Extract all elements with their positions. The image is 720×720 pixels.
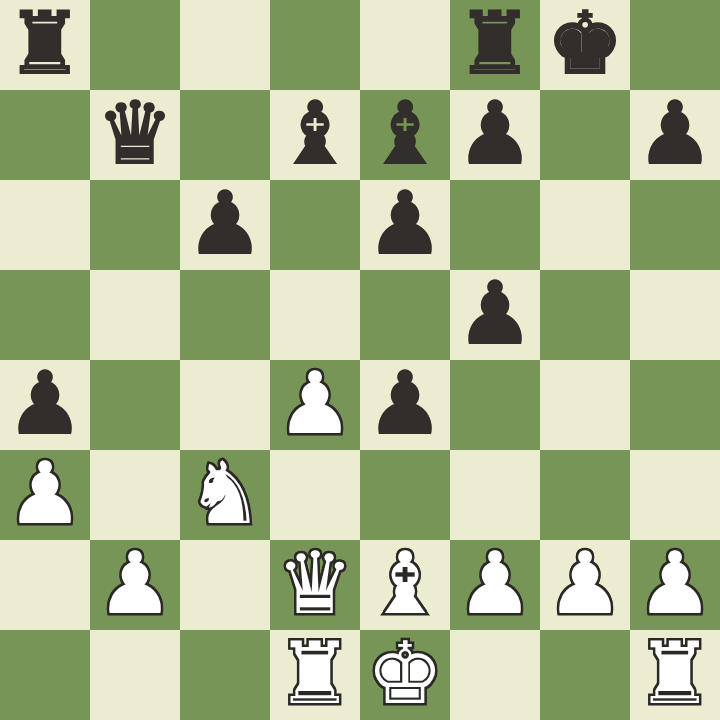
black-queen-icon[interactable]: ♛ <box>96 88 173 178</box>
black-pawn-icon[interactable]: ♟ <box>636 88 713 178</box>
white-bishop-icon[interactable]: ♝ <box>366 538 443 628</box>
square-f5[interactable]: ♟ <box>450 270 540 360</box>
square-g4[interactable] <box>540 360 630 450</box>
black-pawn-icon[interactable]: ♟ <box>456 268 533 358</box>
square-g5[interactable] <box>540 270 630 360</box>
square-a4[interactable]: ♟ <box>0 360 90 450</box>
white-pawn-icon[interactable]: ♟ <box>6 448 83 538</box>
square-e8[interactable] <box>360 0 450 90</box>
square-a2[interactable] <box>0 540 90 630</box>
white-rook-icon[interactable]: ♜ <box>276 628 353 718</box>
white-knight-icon[interactable]: ♞ <box>186 448 263 538</box>
square-h8[interactable] <box>630 0 720 90</box>
square-d2[interactable]: ♛ <box>270 540 360 630</box>
square-f2[interactable]: ♟ <box>450 540 540 630</box>
square-h4[interactable] <box>630 360 720 450</box>
square-d4[interactable]: ♟ <box>270 360 360 450</box>
square-c4[interactable] <box>180 360 270 450</box>
square-e3[interactable] <box>360 450 450 540</box>
black-king-icon[interactable]: ♚ <box>546 0 623 88</box>
square-c7[interactable] <box>180 90 270 180</box>
square-b8[interactable] <box>90 0 180 90</box>
square-a6[interactable] <box>0 180 90 270</box>
square-h1[interactable]: ♜ <box>630 630 720 720</box>
square-d3[interactable] <box>270 450 360 540</box>
square-b1[interactable] <box>90 630 180 720</box>
square-c2[interactable] <box>180 540 270 630</box>
square-a8[interactable]: ♜ <box>0 0 90 90</box>
square-c6[interactable]: ♟ <box>180 180 270 270</box>
square-e5[interactable] <box>360 270 450 360</box>
black-bishop-icon[interactable]: ♝ <box>366 88 443 178</box>
square-d1[interactable]: ♜ <box>270 630 360 720</box>
square-g2[interactable]: ♟ <box>540 540 630 630</box>
square-f1[interactable] <box>450 630 540 720</box>
square-b5[interactable] <box>90 270 180 360</box>
square-b4[interactable] <box>90 360 180 450</box>
white-pawn-icon[interactable]: ♟ <box>276 358 353 448</box>
square-g6[interactable] <box>540 180 630 270</box>
square-a1[interactable] <box>0 630 90 720</box>
square-f7[interactable]: ♟ <box>450 90 540 180</box>
square-c3[interactable]: ♞ <box>180 450 270 540</box>
square-g1[interactable] <box>540 630 630 720</box>
square-e4[interactable]: ♟ <box>360 360 450 450</box>
square-b7[interactable]: ♛ <box>90 90 180 180</box>
black-pawn-icon[interactable]: ♟ <box>366 178 443 268</box>
square-h2[interactable]: ♟ <box>630 540 720 630</box>
square-a5[interactable] <box>0 270 90 360</box>
chess-board: ♜♜♚♛♝♝♟♟♟♟♟♟♟♟♟♞♟♛♝♟♟♟♜♚♜ <box>0 0 720 720</box>
square-d6[interactable] <box>270 180 360 270</box>
white-rook-icon[interactable]: ♜ <box>636 628 713 718</box>
square-b2[interactable]: ♟ <box>90 540 180 630</box>
black-pawn-icon[interactable]: ♟ <box>186 178 263 268</box>
black-bishop-icon[interactable]: ♝ <box>276 88 353 178</box>
square-c8[interactable] <box>180 0 270 90</box>
square-f8[interactable]: ♜ <box>450 0 540 90</box>
square-d7[interactable]: ♝ <box>270 90 360 180</box>
square-e2[interactable]: ♝ <box>360 540 450 630</box>
white-queen-icon[interactable]: ♛ <box>276 538 353 628</box>
square-h5[interactable] <box>630 270 720 360</box>
square-c1[interactable] <box>180 630 270 720</box>
square-a3[interactable]: ♟ <box>0 450 90 540</box>
black-rook-icon[interactable]: ♜ <box>456 0 533 88</box>
square-g3[interactable] <box>540 450 630 540</box>
square-d5[interactable] <box>270 270 360 360</box>
square-f3[interactable] <box>450 450 540 540</box>
square-f6[interactable] <box>450 180 540 270</box>
square-h6[interactable] <box>630 180 720 270</box>
white-pawn-icon[interactable]: ♟ <box>636 538 713 628</box>
square-g7[interactable] <box>540 90 630 180</box>
black-rook-icon[interactable]: ♜ <box>6 0 83 88</box>
square-g8[interactable]: ♚ <box>540 0 630 90</box>
black-pawn-icon[interactable]: ♟ <box>366 358 443 448</box>
square-b6[interactable] <box>90 180 180 270</box>
square-e6[interactable]: ♟ <box>360 180 450 270</box>
square-a7[interactable] <box>0 90 90 180</box>
white-pawn-icon[interactable]: ♟ <box>456 538 533 628</box>
square-c5[interactable] <box>180 270 270 360</box>
black-pawn-icon[interactable]: ♟ <box>456 88 533 178</box>
square-e7[interactable]: ♝ <box>360 90 450 180</box>
square-h7[interactable]: ♟ <box>630 90 720 180</box>
square-f4[interactable] <box>450 360 540 450</box>
white-king-icon[interactable]: ♚ <box>366 628 443 718</box>
white-pawn-icon[interactable]: ♟ <box>546 538 623 628</box>
square-h3[interactable] <box>630 450 720 540</box>
square-e1[interactable]: ♚ <box>360 630 450 720</box>
white-pawn-icon[interactable]: ♟ <box>96 538 173 628</box>
black-pawn-icon[interactable]: ♟ <box>6 358 83 448</box>
square-b3[interactable] <box>90 450 180 540</box>
square-d8[interactable] <box>270 0 360 90</box>
